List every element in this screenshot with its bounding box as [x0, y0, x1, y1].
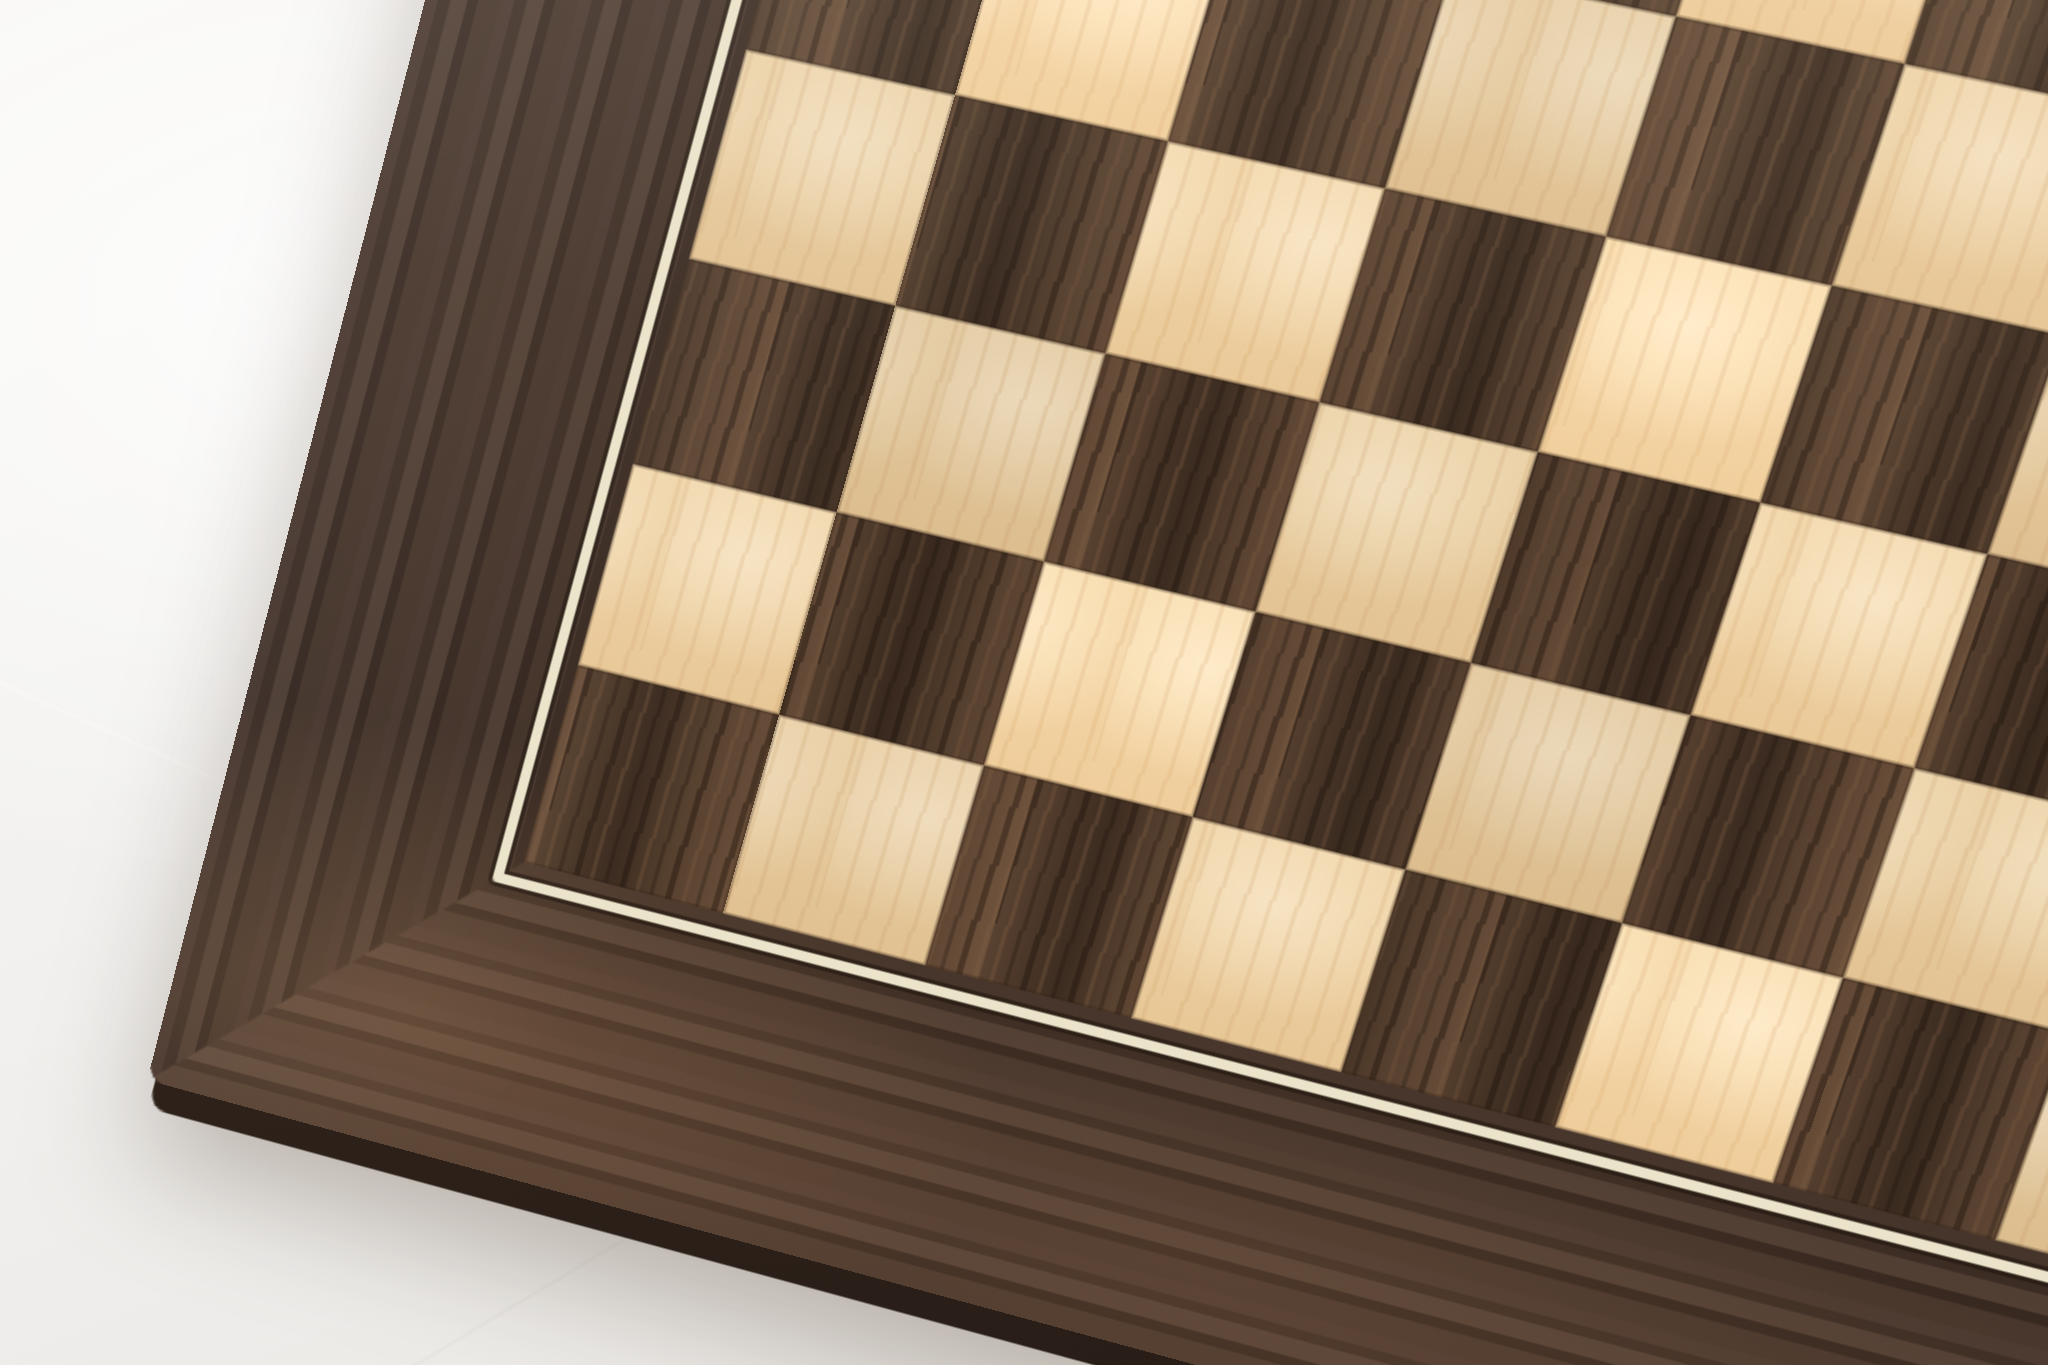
photo-backdrop	[0, 0, 2048, 1365]
